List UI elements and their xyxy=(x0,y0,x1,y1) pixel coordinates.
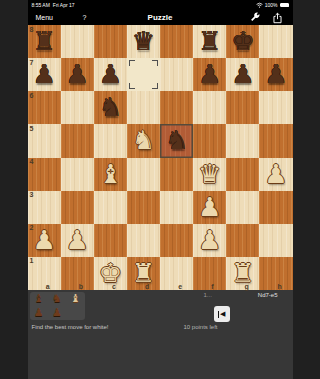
captured-pieces-tray: ♝♞♝♟♟ xyxy=(30,292,85,320)
file-label-b: b xyxy=(79,283,83,290)
square-c4[interactable]: ♝ xyxy=(94,158,127,191)
square-g5[interactable] xyxy=(226,124,259,157)
piece-white-rook: ♜ xyxy=(127,257,160,290)
square-g3[interactable] xyxy=(226,191,259,224)
move-from-corner-marker xyxy=(152,83,158,89)
square-h2[interactable] xyxy=(259,224,292,257)
captured-black-bishop: ♝ xyxy=(34,293,44,305)
skip-back-bar-icon xyxy=(218,311,220,318)
square-e3[interactable] xyxy=(160,191,193,224)
points-left-label: 10 points left xyxy=(184,324,218,330)
square-c3[interactable] xyxy=(94,191,127,224)
bottom-panel: ♝♞♝♟♟ 1... Nd7-e5 ◀ 10 points left Find … xyxy=(28,290,293,379)
file-label-e: e xyxy=(178,283,182,290)
square-e4[interactable] xyxy=(160,158,193,191)
square-a7[interactable]: 7♟ xyxy=(28,58,61,91)
square-c5[interactable] xyxy=(94,124,127,157)
move-from-corner-marker xyxy=(152,60,158,66)
square-b1[interactable]: b xyxy=(61,257,94,290)
move-number: 1... xyxy=(204,292,212,298)
square-e8[interactable] xyxy=(160,25,193,58)
piece-black-knight: ♞ xyxy=(94,91,127,124)
piece-white-bishop: ♝ xyxy=(94,158,127,191)
wrench-icon[interactable] xyxy=(249,12,260,23)
square-d6[interactable] xyxy=(127,91,160,124)
square-e7[interactable] xyxy=(160,58,193,91)
piece-black-king: ♚ xyxy=(226,25,259,58)
square-b5[interactable] xyxy=(61,124,94,157)
square-g8[interactable]: ♚ xyxy=(226,25,259,58)
piece-white-king: ♚ xyxy=(94,257,127,290)
rank-label-7: 7 xyxy=(30,59,34,66)
square-d3[interactable] xyxy=(127,191,160,224)
rank-label-3: 3 xyxy=(30,191,34,198)
piece-black-rook: ♜ xyxy=(193,25,226,58)
square-g1[interactable]: g♜ xyxy=(226,257,259,290)
square-d8[interactable]: ♛ xyxy=(127,25,160,58)
square-b4[interactable] xyxy=(61,158,94,191)
square-f7[interactable]: ♟ xyxy=(193,58,226,91)
square-d7[interactable] xyxy=(127,58,160,91)
rank-label-2: 2 xyxy=(30,224,34,231)
square-c6[interactable]: ♞ xyxy=(94,91,127,124)
rank-label-1: 1 xyxy=(30,257,34,264)
piece-white-rook: ♜ xyxy=(226,257,259,290)
piece-white-pawn: ♟ xyxy=(193,191,226,224)
captured-white-bishop: ♝ xyxy=(70,293,80,305)
share-icon[interactable] xyxy=(272,12,283,24)
square-f1[interactable]: f xyxy=(193,257,226,290)
square-e2[interactable] xyxy=(160,224,193,257)
square-h4[interactable]: ♟ xyxy=(259,158,292,191)
rank-label-6: 6 xyxy=(30,92,34,99)
battery-icon xyxy=(280,3,289,7)
square-a5[interactable]: 5 xyxy=(28,124,61,157)
chess-board: 8♜♛♜♚7♟♟♟♟♟♟6♞5♞♞4♝♛♟3♟2♟♟♟1abc♚d♜efg♜h xyxy=(28,25,293,290)
captured-black-pawn: ♟ xyxy=(34,307,44,319)
square-g2[interactable] xyxy=(226,224,259,257)
piece-black-queen: ♛ xyxy=(127,25,160,58)
file-label-a: a xyxy=(46,283,50,290)
piece-black-pawn: ♟ xyxy=(94,58,127,91)
square-a2[interactable]: 2♟ xyxy=(28,224,61,257)
square-h1[interactable]: h xyxy=(259,257,292,290)
file-label-d: d xyxy=(145,283,149,290)
square-b7[interactable]: ♟ xyxy=(61,58,94,91)
file-label-g: g xyxy=(244,283,248,290)
square-d5[interactable]: ♞ xyxy=(127,124,160,157)
captured-black-pawn: ♟ xyxy=(52,307,62,319)
square-a8[interactable]: 8♜ xyxy=(28,25,61,58)
square-c1[interactable]: c♚ xyxy=(94,257,127,290)
rank-label-8: 8 xyxy=(30,26,34,33)
square-f4[interactable]: ♛ xyxy=(193,158,226,191)
move-from-corner-marker xyxy=(129,60,135,66)
square-g6[interactable] xyxy=(226,91,259,124)
square-d4[interactable] xyxy=(127,158,160,191)
status-bar: 8:55 AM Fri Apr 17 100% xyxy=(28,0,293,10)
square-e5[interactable]: ♞ xyxy=(160,124,193,157)
piece-black-pawn: ♟ xyxy=(193,58,226,91)
square-b8[interactable] xyxy=(61,25,94,58)
piece-black-pawn: ♟ xyxy=(226,58,259,91)
square-e1[interactable]: e xyxy=(160,257,193,290)
square-d1[interactable]: d♜ xyxy=(127,257,160,290)
square-h8[interactable] xyxy=(259,25,292,58)
square-h5[interactable] xyxy=(259,124,292,157)
piece-black-pawn: ♟ xyxy=(259,58,292,91)
square-g7[interactable]: ♟ xyxy=(226,58,259,91)
skip-back-button[interactable]: ◀ xyxy=(214,306,230,322)
square-c8[interactable] xyxy=(94,25,127,58)
square-f5[interactable] xyxy=(193,124,226,157)
captured-black-knight: ♞ xyxy=(52,293,62,305)
file-label-h: h xyxy=(278,283,282,290)
wifi-icon xyxy=(256,2,263,8)
rank-label-5: 5 xyxy=(30,125,34,132)
file-label-c: c xyxy=(112,283,116,290)
square-f8[interactable]: ♜ xyxy=(193,25,226,58)
piece-black-knight: ♞ xyxy=(160,124,193,157)
square-f6[interactable] xyxy=(193,91,226,124)
square-h7[interactable]: ♟ xyxy=(259,58,292,91)
square-h6[interactable] xyxy=(259,91,292,124)
square-h3[interactable] xyxy=(259,191,292,224)
square-c7[interactable]: ♟ xyxy=(94,58,127,91)
square-f2[interactable]: ♟ xyxy=(193,224,226,257)
battery-percent: 100% xyxy=(265,2,278,8)
move-from-corner-marker xyxy=(129,83,135,89)
piece-black-pawn: ♟ xyxy=(61,58,94,91)
rank-label-4: 4 xyxy=(30,158,34,165)
square-g4[interactable] xyxy=(226,158,259,191)
skip-back-triangle-icon: ◀ xyxy=(220,311,225,318)
piece-white-pawn: ♟ xyxy=(193,224,226,257)
square-a1[interactable]: 1a xyxy=(28,257,61,290)
nav-bar: Menu ? Puzzle xyxy=(28,10,293,25)
square-a4[interactable]: 4 xyxy=(28,158,61,191)
square-c2[interactable] xyxy=(94,224,127,257)
square-a3[interactable]: 3 xyxy=(28,191,61,224)
piece-white-knight: ♞ xyxy=(127,124,160,157)
file-label-f: f xyxy=(211,283,213,290)
status-date: Fri Apr 17 xyxy=(53,2,75,8)
last-move: Nd7-e5 xyxy=(258,292,278,298)
square-b6[interactable] xyxy=(61,91,94,124)
square-a6[interactable]: 6 xyxy=(28,91,61,124)
square-b3[interactable] xyxy=(61,191,94,224)
piece-white-queen: ♛ xyxy=(193,158,226,191)
square-b2[interactable]: ♟ xyxy=(61,224,94,257)
move-list: 1... Nd7-e5 xyxy=(204,292,278,298)
square-f3[interactable]: ♟ xyxy=(193,191,226,224)
piece-white-pawn: ♟ xyxy=(61,224,94,257)
app-window: 8:55 AM Fri Apr 17 100% Menu ? Puzzle 8♜… xyxy=(28,0,293,379)
piece-white-pawn: ♟ xyxy=(259,158,292,191)
square-e6[interactable] xyxy=(160,91,193,124)
status-time: 8:55 AM xyxy=(32,2,50,8)
puzzle-prompt: Find the best move for white! xyxy=(32,324,109,330)
square-d2[interactable] xyxy=(127,224,160,257)
